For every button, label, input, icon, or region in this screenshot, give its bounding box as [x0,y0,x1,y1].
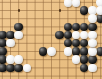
star-point [18,9,20,11]
black-stone[interactable] [80,64,88,72]
stones-layer [0,0,102,79]
black-stone[interactable] [14,64,22,72]
black-stone[interactable] [72,47,80,55]
black-stone[interactable] [6,31,14,39]
white-stone[interactable] [96,6,102,14]
black-stone[interactable] [0,47,7,55]
black-stone[interactable] [6,64,14,72]
white-stone[interactable] [88,6,96,14]
white-stone[interactable] [80,31,88,39]
white-stone[interactable] [72,55,80,63]
black-stone[interactable] [80,23,88,31]
go-board[interactable] [0,0,102,79]
white-stone[interactable] [6,55,14,63]
black-stone[interactable] [39,47,47,55]
black-stone[interactable] [14,23,22,31]
black-stone[interactable] [55,31,63,39]
black-stone[interactable] [80,55,88,63]
black-stone[interactable] [96,14,102,22]
black-stone[interactable] [80,6,88,14]
white-stone[interactable] [64,0,72,7]
black-stone[interactable] [80,39,88,47]
white-stone[interactable] [14,31,22,39]
black-stone[interactable] [64,23,72,31]
white-stone[interactable] [88,47,96,55]
black-stone[interactable] [72,23,80,31]
white-stone[interactable] [88,39,96,47]
black-stone[interactable] [88,55,96,63]
white-stone[interactable] [6,39,14,47]
white-stone[interactable] [88,64,96,72]
white-stone[interactable] [72,0,80,7]
white-stone[interactable] [64,47,72,55]
white-stone[interactable] [72,31,80,39]
white-stone[interactable] [88,14,96,22]
white-stone[interactable] [88,31,96,39]
white-stone[interactable] [47,47,55,55]
black-stone[interactable] [88,23,96,31]
white-stone[interactable] [14,55,22,63]
star-point [59,9,61,11]
black-stone[interactable] [64,31,72,39]
black-stone[interactable] [72,39,80,47]
black-stone[interactable] [96,47,102,55]
black-stone[interactable] [80,47,88,55]
black-stone[interactable] [64,39,72,47]
white-stone[interactable] [23,64,31,72]
